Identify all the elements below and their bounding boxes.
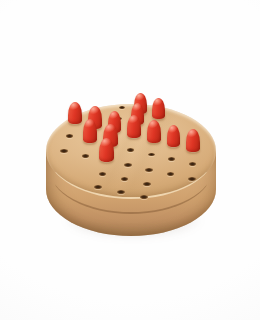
hole-g5[interactable]	[188, 177, 196, 181]
hole-c1[interactable]	[119, 106, 125, 109]
hole-d4[interactable]	[127, 148, 134, 152]
hole-f5[interactable]	[167, 172, 175, 176]
peg-f3[interactable]	[167, 125, 181, 148]
peg-b4[interactable]	[83, 119, 97, 143]
peg-d3[interactable]	[127, 115, 141, 138]
peg-g3[interactable]	[186, 129, 200, 152]
hole-c6[interactable]	[99, 172, 107, 176]
peg-solitaire-product-photo	[0, 0, 260, 320]
hole-d5[interactable]	[124, 163, 132, 167]
hole-f4[interactable]	[168, 157, 175, 161]
hole-e7[interactable]	[140, 195, 148, 199]
hole-a4[interactable]	[66, 134, 73, 138]
hole-d7[interactable]	[117, 190, 125, 194]
hole-g4[interactable]	[189, 162, 196, 166]
hole-e4[interactable]	[148, 153, 155, 157]
board-grid	[0, 0, 260, 320]
hole-a5[interactable]	[60, 149, 68, 153]
peg-c5[interactable]	[99, 138, 114, 162]
hole-d6[interactable]	[121, 177, 129, 181]
hole-e5[interactable]	[145, 168, 153, 172]
hole-c7[interactable]	[94, 185, 102, 189]
hole-b5[interactable]	[82, 154, 90, 158]
peg-a3[interactable]	[68, 102, 82, 125]
hole-e6[interactable]	[143, 182, 151, 186]
peg-e3[interactable]	[147, 120, 161, 143]
peg-e1[interactable]	[152, 98, 165, 119]
